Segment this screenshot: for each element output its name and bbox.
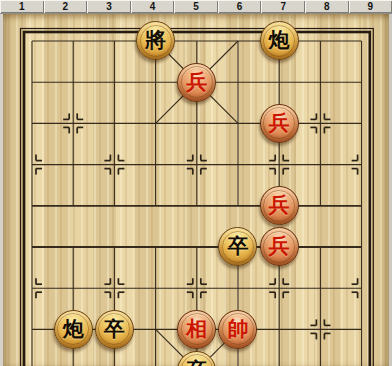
ruler-label-1: 1 xyxy=(0,0,44,13)
piece-black-general[interactable]: 將 xyxy=(136,21,175,60)
piece-red-soldier-a[interactable]: 兵 xyxy=(177,63,216,102)
ruler-label-8: 8 xyxy=(305,0,349,13)
ruler-label-3: 3 xyxy=(87,0,131,13)
piece-glyph: 炮 xyxy=(269,29,290,50)
piece-red-soldier-c[interactable]: 兵 xyxy=(260,186,299,225)
piece-glyph: 卒 xyxy=(186,359,207,366)
piece-red-soldier-d[interactable]: 兵 xyxy=(260,227,299,266)
piece-glyph: 將 xyxy=(145,29,166,50)
piece-black-cannon-a[interactable]: 炮 xyxy=(260,21,299,60)
ruler-label-7: 7 xyxy=(261,0,305,13)
ruler-label-5: 5 xyxy=(174,0,218,13)
piece-red-soldier-b[interactable]: 兵 xyxy=(260,104,299,143)
ruler-label-4: 4 xyxy=(131,0,175,13)
piece-black-soldier-c[interactable]: 卒 xyxy=(177,351,216,366)
ruler-label-9: 9 xyxy=(349,0,392,13)
piece-glyph: 兵 xyxy=(269,112,290,133)
piece-glyph: 兵 xyxy=(186,71,207,92)
piece-glyph: 相 xyxy=(186,318,207,339)
piece-glyph: 兵 xyxy=(269,235,290,256)
pieces-layer: 將炮兵兵兵卒兵炮卒相帥卒 xyxy=(11,20,382,366)
xiangqi-app-window: 123456789 將炮兵兵兵卒兵炮卒相帥卒 xyxy=(0,0,392,366)
piece-glyph: 卒 xyxy=(227,235,248,256)
piece-red-elephant[interactable]: 相 xyxy=(177,310,216,349)
piece-glyph: 卒 xyxy=(104,318,125,339)
piece-glyph: 帥 xyxy=(227,318,248,339)
coordinate-ruler: 123456789 xyxy=(0,0,392,14)
piece-black-soldier-b[interactable]: 卒 xyxy=(95,310,134,349)
piece-glyph: 兵 xyxy=(269,194,290,215)
piece-black-cannon-b[interactable]: 炮 xyxy=(54,310,93,349)
piece-glyph: 炮 xyxy=(63,318,84,339)
ruler-label-2: 2 xyxy=(44,0,88,13)
piece-black-soldier-a[interactable]: 卒 xyxy=(218,227,257,266)
piece-red-general[interactable]: 帥 xyxy=(218,310,257,349)
ruler-label-6: 6 xyxy=(218,0,262,13)
